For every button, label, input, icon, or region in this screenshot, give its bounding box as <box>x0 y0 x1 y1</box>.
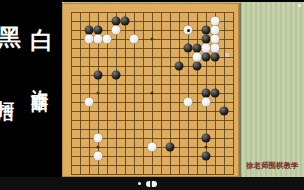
stone-white <box>184 98 193 107</box>
black-label: 黑 <box>0 26 21 49</box>
star-point <box>97 146 100 149</box>
stone-black <box>202 53 211 62</box>
stone-white <box>202 98 211 107</box>
stone-black <box>121 17 130 26</box>
star-point <box>205 146 208 149</box>
black-player-name: 柯洁 <box>0 86 14 94</box>
white-player-name: 许嘉阳 <box>31 75 48 87</box>
watermark: 徐老师围棋教学 <box>246 161 304 171</box>
stone-black <box>175 62 184 71</box>
progress-handle[interactable] <box>146 181 157 187</box>
stone-black <box>220 107 229 116</box>
stone-black <box>184 44 193 53</box>
star-point <box>151 38 154 41</box>
stone-white <box>94 35 103 44</box>
stone-white <box>148 143 157 152</box>
stone-white <box>112 26 121 35</box>
stone-black <box>112 17 121 26</box>
ui-dot <box>298 4 301 7</box>
stone-black <box>202 152 211 161</box>
goban <box>62 3 239 177</box>
stone-white <box>211 26 220 35</box>
player-info-panel: 黑 白 柯洁 许嘉阳 <box>0 2 62 178</box>
stone-white <box>94 134 103 143</box>
stone-black <box>166 143 175 152</box>
stone-black <box>112 71 121 80</box>
stone-white <box>211 35 220 44</box>
stone-white <box>202 44 211 53</box>
stone-black <box>193 62 202 71</box>
stone-black <box>211 53 220 62</box>
stone-white <box>211 44 220 53</box>
stone-black <box>94 26 103 35</box>
stone-black <box>85 26 94 35</box>
stone-white <box>193 53 202 62</box>
stone-white <box>130 35 139 44</box>
stone-black <box>202 89 211 98</box>
stone-black <box>94 71 103 80</box>
star-point <box>151 92 154 95</box>
stone-black <box>202 134 211 143</box>
white-label: 白 <box>30 29 53 52</box>
player-bar[interactable] <box>0 177 304 190</box>
video-frame: 黑 白 柯洁 许嘉阳 徐老师围棋教学 <box>0 0 304 190</box>
cursor-marker <box>225 53 229 57</box>
stone-black <box>202 35 211 44</box>
star-point <box>97 92 100 95</box>
stone-black <box>193 44 202 53</box>
progress-dot[interactable] <box>138 182 141 185</box>
goban-grid <box>71 12 234 175</box>
stone-white <box>85 98 94 107</box>
stone-white <box>103 35 112 44</box>
stone-black <box>211 89 220 98</box>
last-move-marker <box>187 29 190 32</box>
stone-white <box>94 152 103 161</box>
stone-black <box>202 26 211 35</box>
stone-white <box>85 35 94 44</box>
stone-white <box>184 26 193 35</box>
stone-white <box>211 17 220 26</box>
